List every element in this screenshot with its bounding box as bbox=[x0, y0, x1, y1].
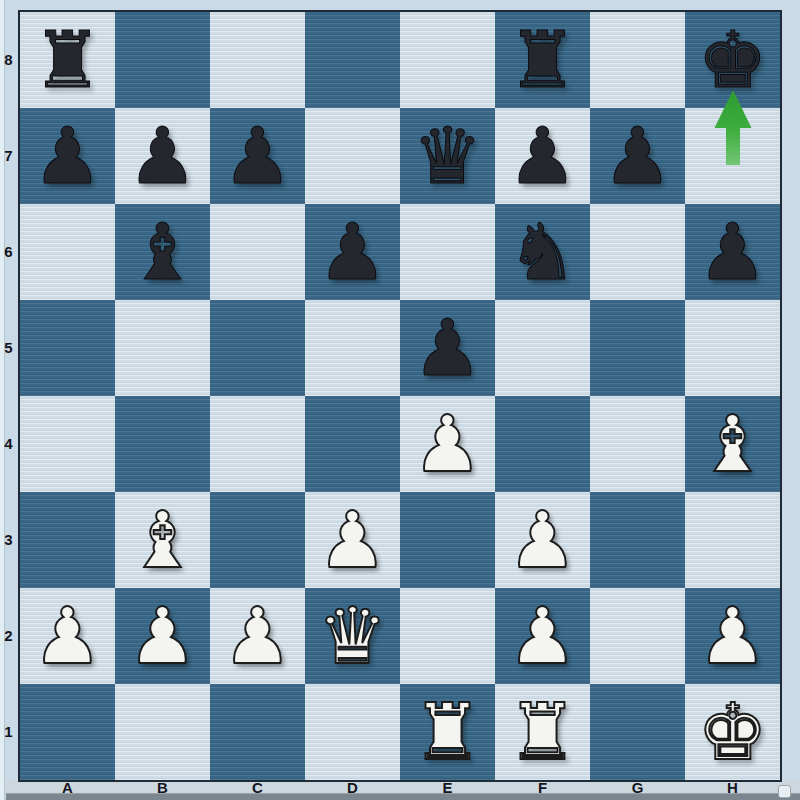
square-d4[interactable] bbox=[305, 396, 400, 492]
square-c4[interactable] bbox=[210, 396, 305, 492]
square-c5[interactable] bbox=[210, 300, 305, 396]
square-f4[interactable] bbox=[495, 396, 590, 492]
square-g3[interactable] bbox=[590, 492, 685, 588]
piece-white-pawn[interactable]: ♟ bbox=[508, 492, 578, 588]
rank-label-1: 1 bbox=[0, 724, 17, 739]
piece-black-pawn[interactable]: ♟ bbox=[508, 108, 578, 204]
piece-white-bishop[interactable]: ♝ bbox=[698, 396, 768, 492]
piece-black-pawn[interactable]: ♟ bbox=[223, 108, 293, 204]
square-g4[interactable] bbox=[590, 396, 685, 492]
square-h4[interactable]: ♝ bbox=[685, 396, 780, 492]
square-e6[interactable] bbox=[400, 204, 495, 300]
piece-white-rook[interactable]: ♜ bbox=[413, 684, 483, 780]
square-f2[interactable]: ♟ bbox=[495, 588, 590, 684]
square-b2[interactable]: ♟ bbox=[115, 588, 210, 684]
piece-white-pawn[interactable]: ♟ bbox=[318, 492, 388, 588]
square-c8[interactable] bbox=[210, 12, 305, 108]
bottom-scrollbar[interactable] bbox=[6, 793, 800, 800]
square-e1[interactable]: ♜ bbox=[400, 684, 495, 780]
rank-label-2: 2 bbox=[0, 628, 17, 643]
move-arrow-icon bbox=[713, 90, 753, 166]
square-a5[interactable] bbox=[20, 300, 115, 396]
piece-black-pawn[interactable]: ♟ bbox=[128, 108, 198, 204]
square-c3[interactable] bbox=[210, 492, 305, 588]
square-b7[interactable]: ♟ bbox=[115, 108, 210, 204]
square-d2[interactable]: ♛ bbox=[305, 588, 400, 684]
piece-white-pawn[interactable]: ♟ bbox=[33, 588, 103, 684]
square-b1[interactable] bbox=[115, 684, 210, 780]
square-d3[interactable]: ♟ bbox=[305, 492, 400, 588]
piece-black-pawn[interactable]: ♟ bbox=[698, 204, 768, 300]
square-h6[interactable]: ♟ bbox=[685, 204, 780, 300]
square-h3[interactable] bbox=[685, 492, 780, 588]
square-a7[interactable]: ♟ bbox=[20, 108, 115, 204]
square-e3[interactable] bbox=[400, 492, 495, 588]
square-c7[interactable]: ♟ bbox=[210, 108, 305, 204]
square-f6[interactable]: ♞ bbox=[495, 204, 590, 300]
square-b4[interactable] bbox=[115, 396, 210, 492]
piece-white-pawn[interactable]: ♟ bbox=[413, 396, 483, 492]
piece-white-bishop[interactable]: ♝ bbox=[128, 492, 198, 588]
piece-black-pawn[interactable]: ♟ bbox=[33, 108, 103, 204]
square-g8[interactable] bbox=[590, 12, 685, 108]
square-d1[interactable] bbox=[305, 684, 400, 780]
square-d8[interactable] bbox=[305, 12, 400, 108]
rank-label-6: 6 bbox=[0, 244, 17, 259]
square-f5[interactable] bbox=[495, 300, 590, 396]
square-f1[interactable]: ♜ bbox=[495, 684, 590, 780]
square-a6[interactable] bbox=[20, 204, 115, 300]
piece-black-rook[interactable]: ♜ bbox=[508, 12, 578, 108]
piece-black-queen[interactable]: ♛ bbox=[413, 108, 483, 204]
piece-black-knight[interactable]: ♞ bbox=[508, 204, 578, 300]
square-g2[interactable] bbox=[590, 588, 685, 684]
rank-label-7: 7 bbox=[0, 148, 17, 163]
square-b3[interactable]: ♝ bbox=[115, 492, 210, 588]
square-d6[interactable]: ♟ bbox=[305, 204, 400, 300]
square-h5[interactable] bbox=[685, 300, 780, 396]
square-a8[interactable]: ♜ bbox=[20, 12, 115, 108]
square-f3[interactable]: ♟ bbox=[495, 492, 590, 588]
square-g7[interactable]: ♟ bbox=[590, 108, 685, 204]
chess-diagram-page: { "game": "chess", "position": { "fen": … bbox=[0, 0, 800, 800]
square-a4[interactable] bbox=[20, 396, 115, 492]
piece-white-pawn[interactable]: ♟ bbox=[223, 588, 293, 684]
square-e5[interactable]: ♟ bbox=[400, 300, 495, 396]
square-e4[interactable]: ♟ bbox=[400, 396, 495, 492]
square-b5[interactable] bbox=[115, 300, 210, 396]
square-d7[interactable] bbox=[305, 108, 400, 204]
piece-white-pawn[interactable]: ♟ bbox=[698, 588, 768, 684]
rank-label-5: 5 bbox=[0, 340, 17, 355]
piece-black-pawn[interactable]: ♟ bbox=[318, 204, 388, 300]
resize-gripper-icon[interactable] bbox=[778, 785, 791, 798]
square-b8[interactable] bbox=[115, 12, 210, 108]
rank-label-8: 8 bbox=[0, 52, 17, 67]
square-c1[interactable] bbox=[210, 684, 305, 780]
square-a3[interactable] bbox=[20, 492, 115, 588]
piece-white-king[interactable]: ♚ bbox=[698, 684, 768, 780]
square-g5[interactable] bbox=[590, 300, 685, 396]
square-a2[interactable]: ♟ bbox=[20, 588, 115, 684]
square-b6[interactable]: ♝ bbox=[115, 204, 210, 300]
square-f7[interactable]: ♟ bbox=[495, 108, 590, 204]
square-a1[interactable] bbox=[20, 684, 115, 780]
board: ♜♜♚♟♟♟♛♟♟♝♟♞♟♟♟♝♝♟♟♟♟♟♛♟♟♜♜♚ bbox=[18, 10, 782, 782]
piece-black-pawn[interactable]: ♟ bbox=[413, 300, 483, 396]
rank-label-3: 3 bbox=[0, 532, 17, 547]
square-h2[interactable]: ♟ bbox=[685, 588, 780, 684]
square-e7[interactable]: ♛ bbox=[400, 108, 495, 204]
left-edge-sheen bbox=[0, 0, 5, 800]
piece-white-pawn[interactable]: ♟ bbox=[508, 588, 578, 684]
square-f8[interactable]: ♜ bbox=[495, 12, 590, 108]
piece-black-rook[interactable]: ♜ bbox=[33, 12, 103, 108]
piece-white-rook[interactable]: ♜ bbox=[508, 684, 578, 780]
square-c2[interactable]: ♟ bbox=[210, 588, 305, 684]
piece-white-pawn[interactable]: ♟ bbox=[128, 588, 198, 684]
square-e8[interactable] bbox=[400, 12, 495, 108]
piece-black-pawn[interactable]: ♟ bbox=[603, 108, 673, 204]
square-c6[interactable] bbox=[210, 204, 305, 300]
square-g1[interactable] bbox=[590, 684, 685, 780]
rank-label-4: 4 bbox=[0, 436, 17, 451]
piece-black-bishop[interactable]: ♝ bbox=[128, 204, 198, 300]
square-d5[interactable] bbox=[305, 300, 400, 396]
square-g6[interactable] bbox=[590, 204, 685, 300]
square-h1[interactable]: ♚ bbox=[685, 684, 780, 780]
piece-white-queen[interactable]: ♛ bbox=[318, 588, 388, 684]
square-e2[interactable] bbox=[400, 588, 495, 684]
